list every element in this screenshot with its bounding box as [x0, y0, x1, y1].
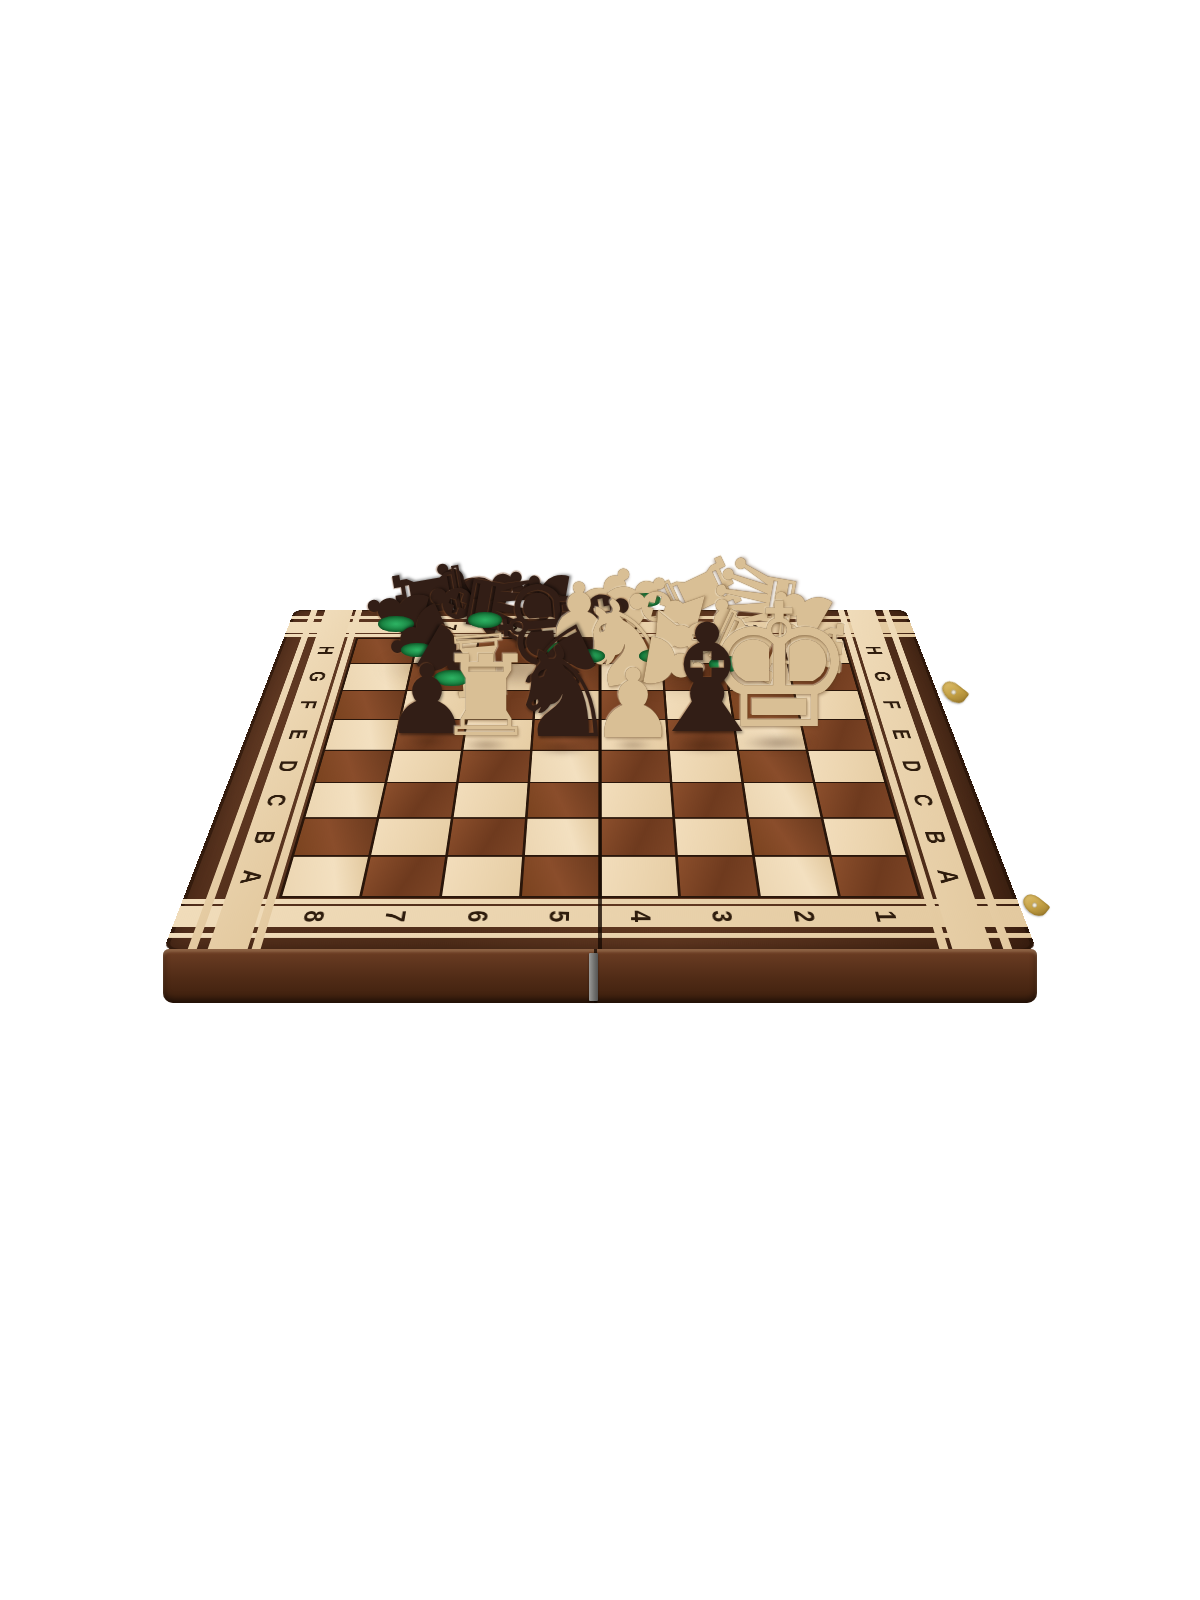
square-d6: [459, 751, 530, 783]
square-b2: [749, 819, 829, 856]
square-c5: [527, 783, 598, 817]
square-b7: [371, 819, 451, 856]
brass-clasp-upper: [939, 678, 970, 707]
rank-label-back-2: 2: [738, 624, 763, 630]
file-label-right-a: A: [930, 870, 966, 884]
square-g7: [407, 664, 473, 690]
rank-label-front-3: 3: [705, 910, 739, 922]
rank-label-back-6: 6: [497, 624, 522, 630]
square-c1: [816, 783, 895, 817]
rank-label-back-1: 1: [798, 624, 824, 630]
hinge: [589, 953, 598, 1001]
square-a3: [678, 857, 758, 896]
square-d8: [316, 751, 392, 783]
board-front-edge: [163, 949, 1037, 1003]
square-a4: [601, 857, 678, 896]
square-e8: [325, 720, 398, 750]
square-a2: [755, 857, 838, 896]
rank-label-back-3: 3: [678, 624, 703, 630]
square-g5: [537, 664, 599, 690]
file-label-right-d: D: [896, 761, 928, 772]
square-d7: [387, 751, 461, 783]
square-e2: [735, 720, 806, 750]
square-h7: [413, 639, 477, 663]
square-c3: [673, 783, 747, 817]
square-f4: [601, 691, 665, 719]
square-e1: [801, 720, 874, 750]
square-e3: [668, 720, 737, 750]
square-g2: [726, 664, 792, 690]
square-d5: [530, 751, 599, 783]
file-label-left-h: H: [312, 646, 340, 655]
brass-clasp-lower: [1020, 891, 1051, 920]
square-d2: [739, 751, 813, 783]
felt-base: [631, 593, 661, 607]
square-f1: [795, 691, 865, 719]
file-label-left-c: C: [260, 794, 294, 806]
square-c6: [453, 783, 527, 817]
chess-board: HHGGFFEEDDCCBBAA8877665544332211: [163, 610, 1037, 951]
square-g4: [601, 664, 663, 690]
file-label-left-e: E: [283, 729, 314, 739]
square-c4: [601, 783, 672, 817]
rank-label-back-7: 7: [437, 624, 462, 630]
file-label-right-b: B: [918, 831, 953, 844]
rank-label-front-7: 7: [378, 910, 413, 922]
square-a8: [282, 857, 368, 896]
square-a1: [832, 857, 918, 896]
square-f2: [730, 691, 798, 719]
rank-label-back-4: 4: [618, 624, 643, 630]
square-e6: [463, 720, 532, 750]
felt-base: [416, 589, 446, 603]
square-a6: [442, 857, 522, 896]
square-g3: [664, 664, 728, 690]
square-f6: [468, 691, 534, 719]
file-label-left-g: G: [303, 672, 332, 682]
square-g8: [343, 664, 411, 690]
square-b4: [601, 819, 675, 856]
square-g6: [472, 664, 536, 690]
square-b3: [675, 819, 752, 856]
file-label-right-e: E: [886, 729, 917, 739]
square-e4: [601, 720, 668, 750]
square-f3: [666, 691, 732, 719]
square-g1: [789, 664, 857, 690]
square-h1: [783, 639, 849, 663]
square-b6: [448, 819, 525, 856]
square-f7: [401, 691, 469, 719]
file-label-left-d: D: [272, 761, 304, 772]
file-label-left-f: F: [293, 700, 322, 708]
rank-label-back-5: 5: [558, 624, 583, 630]
rank-label-front-8: 8: [296, 910, 332, 922]
square-a5: [522, 857, 599, 896]
square-a7: [362, 857, 445, 896]
square-d4: [601, 751, 670, 783]
file-label-left-b: B: [247, 831, 282, 844]
rank-label-front-5: 5: [542, 910, 575, 922]
rank-label-front-4: 4: [624, 910, 657, 922]
square-h2: [723, 639, 787, 663]
square-d3: [670, 751, 741, 783]
square-h6: [476, 639, 538, 663]
product-photo-scene: HHGGFFEEDDCCBBAA8877665544332211 ♟♜♟♝♟♛♟…: [0, 0, 1200, 1600]
rank-label-front-1: 1: [868, 910, 904, 922]
file-label-right-c: C: [907, 794, 941, 806]
rank-label-front-6: 6: [460, 910, 494, 922]
rank-label-back-8: 8: [376, 624, 402, 630]
square-d1: [808, 751, 884, 783]
square-b5: [525, 819, 599, 856]
file-label-right-h: H: [860, 646, 888, 655]
rank-label-front-2: 2: [787, 910, 822, 922]
square-e7: [394, 720, 465, 750]
square-h3: [662, 639, 724, 663]
square-h8: [351, 639, 417, 663]
square-c8: [305, 783, 384, 817]
square-c7: [379, 783, 455, 817]
square-b1: [824, 819, 906, 856]
fold-seam: [598, 610, 602, 951]
square-h5: [539, 639, 599, 663]
square-e5: [532, 720, 599, 750]
square-f8: [334, 691, 404, 719]
square-f5: [535, 691, 599, 719]
file-label-left-a: A: [233, 870, 269, 884]
square-c2: [744, 783, 820, 817]
file-label-right-g: G: [868, 672, 897, 682]
square-h4: [601, 639, 661, 663]
square-b8: [294, 819, 376, 856]
file-label-right-f: F: [877, 700, 906, 708]
